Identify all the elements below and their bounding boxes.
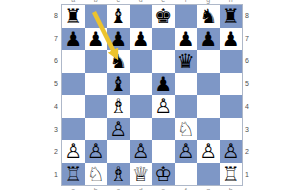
piece-white-pawn: ♙ xyxy=(222,140,240,162)
piece-black-pawn: ♟ xyxy=(199,28,217,50)
file-labels-bottom: abcdefgh xyxy=(62,187,242,190)
square-a2[interactable]: ♙ xyxy=(62,140,85,163)
piece-black-pawn: ♟ xyxy=(87,28,105,50)
chess-diagram: abcdefgh 87654321 ♜♝♚♞♜♟♟♟♟♟♟♟♞♛♝♟♗♙♙♘♙♙… xyxy=(0,0,304,190)
square-f7[interactable]: ♟ xyxy=(175,28,198,51)
square-g7[interactable]: ♟ xyxy=(197,28,220,51)
square-h1[interactable]: ♖ xyxy=(220,163,243,186)
square-h6[interactable] xyxy=(220,50,243,73)
square-h3[interactable] xyxy=(220,118,243,141)
piece-white-pawn: ♙ xyxy=(132,140,150,162)
piece-white-queen: ♕ xyxy=(132,163,150,185)
rank-label-2-right: 2 xyxy=(245,141,249,164)
rank-labels-left: 87654321 xyxy=(44,4,58,186)
rank-label-6-right: 6 xyxy=(245,50,249,73)
piece-white-bishop: ♗ xyxy=(109,163,127,185)
rank-label-7-left: 7 xyxy=(54,27,58,50)
square-a8[interactable]: ♜ xyxy=(62,5,85,28)
square-a6[interactable] xyxy=(62,50,85,73)
piece-black-king: ♚ xyxy=(154,5,172,27)
square-b7[interactable]: ♟ xyxy=(85,28,108,51)
square-d4[interactable] xyxy=(130,95,153,118)
square-a7[interactable]: ♟ xyxy=(62,28,85,51)
square-f1[interactable] xyxy=(175,163,198,186)
square-h8[interactable]: ♜ xyxy=(220,5,243,28)
square-f5[interactable] xyxy=(175,73,198,96)
piece-black-pawn: ♟ xyxy=(177,28,195,50)
square-f4[interactable] xyxy=(175,95,198,118)
square-h2[interactable]: ♙ xyxy=(220,140,243,163)
square-a5[interactable] xyxy=(62,73,85,96)
piece-black-rook: ♜ xyxy=(64,5,82,27)
piece-black-bishop: ♝ xyxy=(109,5,127,27)
piece-white-pawn: ♙ xyxy=(64,140,82,162)
square-c3[interactable]: ♙ xyxy=(107,118,130,141)
square-f8[interactable] xyxy=(175,5,198,28)
piece-white-pawn: ♙ xyxy=(154,95,172,117)
piece-black-knight: ♞ xyxy=(109,50,127,72)
rank-label-5-left: 5 xyxy=(54,72,58,95)
file-label-e-bottom: e xyxy=(152,187,175,190)
rank-labels-right: 87654321 xyxy=(245,4,259,186)
piece-black-bishop: ♝ xyxy=(109,73,127,95)
square-f3[interactable]: ♘ xyxy=(175,118,198,141)
file-label-b-bottom: b xyxy=(85,187,108,190)
square-d7[interactable]: ♟ xyxy=(130,28,153,51)
square-e7[interactable] xyxy=(152,28,175,51)
piece-black-pawn: ♟ xyxy=(154,73,172,95)
piece-white-pawn: ♙ xyxy=(87,140,105,162)
square-e1[interactable]: ♔ xyxy=(152,163,175,186)
square-a3[interactable] xyxy=(62,118,85,141)
square-e5[interactable]: ♟ xyxy=(152,73,175,96)
file-label-f-bottom: f xyxy=(175,187,198,190)
square-c5[interactable]: ♝ xyxy=(107,73,130,96)
rank-label-7-right: 7 xyxy=(245,27,249,50)
square-a4[interactable] xyxy=(62,95,85,118)
piece-black-rook: ♜ xyxy=(222,5,240,27)
square-g5[interactable] xyxy=(197,73,220,96)
square-b8[interactable] xyxy=(85,5,108,28)
square-d5[interactable] xyxy=(130,73,153,96)
piece-black-pawn: ♟ xyxy=(109,28,127,50)
square-d6[interactable] xyxy=(130,50,153,73)
piece-black-knight: ♞ xyxy=(199,5,217,27)
square-b3[interactable] xyxy=(85,118,108,141)
square-e2[interactable] xyxy=(152,140,175,163)
square-g1[interactable] xyxy=(197,163,220,186)
square-b1[interactable]: ♘ xyxy=(85,163,108,186)
square-b6[interactable] xyxy=(85,50,108,73)
square-d2[interactable]: ♙ xyxy=(130,140,153,163)
square-c6[interactable]: ♞ xyxy=(107,50,130,73)
square-b5[interactable] xyxy=(85,73,108,96)
square-c8[interactable]: ♝ xyxy=(107,5,130,28)
square-a1[interactable]: ♖ xyxy=(62,163,85,186)
file-label-c-bottom: c xyxy=(107,187,130,190)
square-e3[interactable] xyxy=(152,118,175,141)
square-c4[interactable]: ♗ xyxy=(107,95,130,118)
piece-black-queen: ♛ xyxy=(177,50,195,72)
piece-white-rook: ♖ xyxy=(64,163,82,185)
square-g2[interactable]: ♙ xyxy=(197,140,220,163)
square-f2[interactable]: ♙ xyxy=(175,140,198,163)
piece-black-pawn: ♟ xyxy=(132,28,150,50)
square-d1[interactable]: ♕ xyxy=(130,163,153,186)
square-g4[interactable] xyxy=(197,95,220,118)
square-f6[interactable]: ♛ xyxy=(175,50,198,73)
square-h4[interactable] xyxy=(220,95,243,118)
piece-white-knight: ♘ xyxy=(177,118,195,140)
square-e6[interactable] xyxy=(152,50,175,73)
piece-black-pawn: ♟ xyxy=(64,28,82,50)
file-label-g-bottom: g xyxy=(197,187,220,190)
square-b4[interactable] xyxy=(85,95,108,118)
file-label-d-bottom: d xyxy=(130,187,153,190)
rank-label-6-left: 6 xyxy=(54,50,58,73)
rank-label-8-right: 8 xyxy=(245,4,249,27)
rank-label-5-right: 5 xyxy=(245,72,249,95)
square-d3[interactable] xyxy=(130,118,153,141)
square-g8[interactable]: ♞ xyxy=(197,5,220,28)
rank-label-3-right: 3 xyxy=(245,118,249,141)
rank-label-2-left: 2 xyxy=(54,141,58,164)
square-c1[interactable]: ♗ xyxy=(107,163,130,186)
rank-label-8-left: 8 xyxy=(54,4,58,27)
rank-label-3-left: 3 xyxy=(54,118,58,141)
square-c2[interactable] xyxy=(107,140,130,163)
rank-label-1-left: 1 xyxy=(54,163,58,186)
piece-white-pawn: ♙ xyxy=(199,140,217,162)
piece-white-rook: ♖ xyxy=(222,163,240,185)
piece-white-bishop: ♗ xyxy=(109,95,127,117)
square-g6[interactable] xyxy=(197,50,220,73)
square-h7[interactable]: ♟ xyxy=(220,28,243,51)
file-label-a-bottom: a xyxy=(62,187,85,190)
piece-black-pawn: ♟ xyxy=(222,28,240,50)
square-h5[interactable] xyxy=(220,73,243,96)
piece-white-pawn: ♙ xyxy=(109,118,127,140)
rank-label-4-left: 4 xyxy=(54,95,58,118)
square-g3[interactable] xyxy=(197,118,220,141)
chess-board: ♜♝♚♞♜♟♟♟♟♟♟♟♞♛♝♟♗♙♙♘♙♙♙♙♙♙♖♘♗♕♔♖ xyxy=(61,4,243,186)
square-b2[interactable]: ♙ xyxy=(85,140,108,163)
rank-label-1-right: 1 xyxy=(245,163,249,186)
square-c7[interactable]: ♟ xyxy=(107,28,130,51)
square-d8[interactable] xyxy=(130,5,153,28)
piece-white-knight: ♘ xyxy=(87,163,105,185)
square-e8[interactable]: ♚ xyxy=(152,5,175,28)
file-label-h-bottom: h xyxy=(220,187,243,190)
piece-white-king: ♔ xyxy=(154,163,172,185)
square-e4[interactable]: ♙ xyxy=(152,95,175,118)
rank-label-4-right: 4 xyxy=(245,95,249,118)
piece-white-pawn: ♙ xyxy=(177,140,195,162)
